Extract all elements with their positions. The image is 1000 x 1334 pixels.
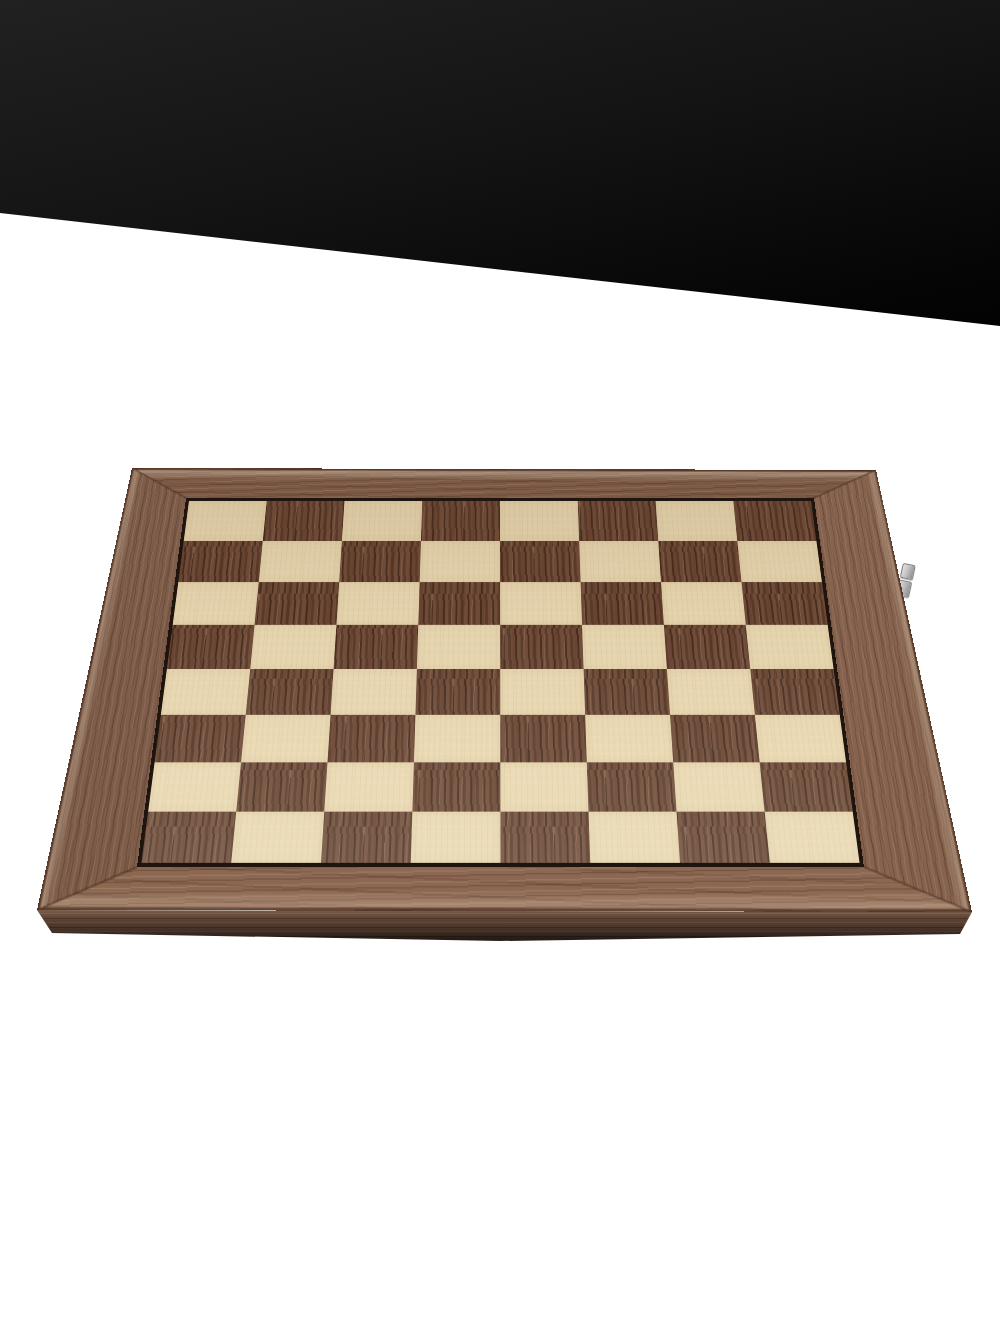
board-squares (141, 501, 859, 863)
square-e8 (500, 501, 579, 541)
square-g5 (664, 625, 750, 669)
square-e5 (500, 625, 583, 669)
square-b3 (241, 715, 331, 763)
square-f4 (584, 669, 670, 715)
square-a8 (184, 501, 267, 541)
square-d3 (414, 715, 500, 763)
square-b7 (259, 541, 342, 582)
square-c4 (331, 669, 417, 715)
square-e1 (500, 812, 590, 863)
square-c5 (334, 625, 419, 669)
square-g6 (661, 582, 746, 625)
square-c1 (321, 812, 412, 863)
square-a3 (155, 715, 246, 763)
square-d4 (415, 669, 500, 715)
square-h6 (741, 582, 827, 625)
square-a7 (178, 541, 263, 582)
square-c8 (342, 501, 422, 541)
square-f1 (588, 812, 680, 863)
square-b8 (263, 501, 345, 541)
square-g4 (667, 669, 755, 715)
square-g7 (658, 541, 741, 582)
square-h2 (760, 762, 853, 811)
square-c3 (327, 715, 415, 763)
square-e7 (500, 541, 581, 582)
square-h3 (755, 715, 846, 763)
square-a5 (167, 625, 255, 669)
square-a2 (148, 762, 241, 811)
square-a6 (173, 582, 259, 625)
square-b2 (236, 762, 327, 811)
square-b6 (255, 582, 340, 625)
square-g3 (670, 715, 760, 763)
square-g2 (673, 762, 764, 811)
square-f7 (579, 541, 661, 582)
square-d7 (420, 541, 500, 582)
square-e4 (500, 669, 585, 715)
square-d5 (417, 625, 500, 669)
square-h4 (750, 669, 839, 715)
hinge-knuckle-icon (900, 563, 916, 580)
square-f3 (585, 715, 673, 763)
square-h8 (733, 501, 816, 541)
square-d8 (421, 501, 500, 541)
square-d1 (411, 812, 501, 863)
square-h5 (746, 625, 834, 669)
scene (0, 0, 1000, 1334)
square-h1 (765, 812, 860, 863)
square-f2 (587, 762, 677, 811)
square-f5 (582, 625, 667, 669)
square-b4 (246, 669, 334, 715)
square-a1 (141, 812, 236, 863)
square-f6 (581, 582, 664, 625)
square-g1 (677, 812, 770, 863)
square-e6 (500, 582, 582, 625)
square-c6 (336, 582, 419, 625)
square-g8 (656, 501, 738, 541)
square-e3 (500, 715, 586, 763)
square-c7 (339, 541, 421, 582)
square-b5 (250, 625, 336, 669)
backdrop-black-panel (0, 0, 1000, 400)
square-b1 (231, 812, 324, 863)
square-f8 (578, 501, 658, 541)
square-e2 (500, 762, 588, 811)
square-d2 (412, 762, 500, 811)
square-c2 (324, 762, 414, 811)
square-h7 (737, 541, 822, 582)
chess-board (137, 498, 864, 867)
square-a4 (161, 669, 250, 715)
square-d6 (418, 582, 500, 625)
